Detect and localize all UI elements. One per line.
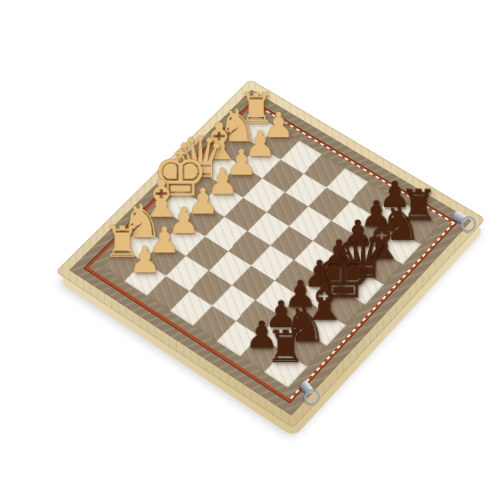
board-grid: ♜♟♟♜♞♟♟♞♝♟♟♝♛♟♟♛♚♟♟♚♝♟♟♝♞♟♟♞♜♟♟♜ (101, 114, 439, 388)
chess-board: ♜♟♟♜♞♟♟♞♝♟♟♝♛♟♟♛♚♟♟♚♝♟♟♝♞♟♟♞♜♟♟♜ (55, 79, 486, 428)
piece-black-pawn: ♟ (235, 274, 288, 354)
piece-black-pawn: ♟ (313, 193, 365, 272)
chess-set-photo: ♜♟♟♜♞♟♟♞♝♟♟♝♛♟♟♛♚♟♟♚♝♟♟♝♞♟♟♞♜♟♟♜ (0, 0, 500, 500)
piece-black-knight: ♞ (278, 268, 331, 348)
piece-black-pawn: ♟ (274, 233, 327, 312)
